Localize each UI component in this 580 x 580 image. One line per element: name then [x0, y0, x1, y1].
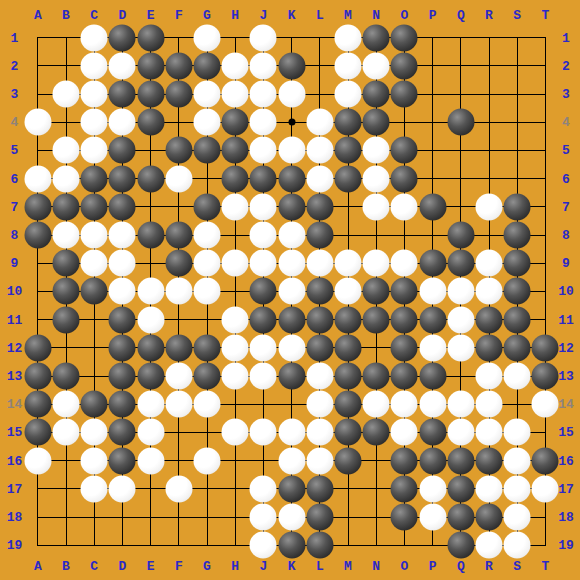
column-label-bottom: N: [372, 560, 380, 573]
row-label-right: 3: [562, 88, 570, 101]
row-label-left: 3: [11, 88, 19, 101]
column-label-bottom: C: [90, 560, 98, 573]
white-stone-B5[interactable]: [53, 137, 80, 164]
row-label-left: 1: [11, 31, 19, 44]
white-stone-E16[interactable]: [137, 447, 164, 474]
white-stone-A4[interactable]: [24, 109, 51, 136]
white-stone-Q12[interactable]: [447, 334, 474, 361]
black-stone-M6[interactable]: [335, 165, 362, 192]
black-stone-E3[interactable]: [137, 81, 164, 108]
black-stone-S7[interactable]: [504, 193, 531, 220]
row-label-right: 6: [562, 172, 570, 185]
white-stone-J3[interactable]: [250, 81, 277, 108]
row-label-right: 18: [558, 511, 574, 524]
row-label-right: 1: [562, 31, 570, 44]
black-stone-F3[interactable]: [165, 81, 192, 108]
row-label-right: 9: [562, 257, 570, 270]
black-stone-D7[interactable]: [109, 193, 136, 220]
row-label-left: 5: [11, 144, 19, 157]
white-stone-L14[interactable]: [306, 391, 333, 418]
black-stone-K13[interactable]: [278, 363, 305, 390]
white-stone-R9[interactable]: [476, 250, 503, 277]
black-stone-D11[interactable]: [109, 306, 136, 333]
black-stone-Q9[interactable]: [447, 250, 474, 277]
white-stone-J12[interactable]: [250, 334, 277, 361]
black-stone-Q18[interactable]: [447, 504, 474, 531]
white-stone-G1[interactable]: [194, 24, 221, 51]
white-stone-J19[interactable]: [250, 532, 277, 559]
black-stone-D1[interactable]: [109, 24, 136, 51]
white-stone-Q14[interactable]: [447, 391, 474, 418]
row-label-right: 2: [562, 59, 570, 72]
black-stone-R12[interactable]: [476, 334, 503, 361]
column-label-bottom: H: [231, 560, 239, 573]
white-stone-P10[interactable]: [419, 278, 446, 305]
black-stone-S9[interactable]: [504, 250, 531, 277]
black-stone-E1[interactable]: [137, 24, 164, 51]
black-stone-P15[interactable]: [419, 419, 446, 446]
black-stone-O6[interactable]: [391, 165, 418, 192]
white-stone-Q10[interactable]: [447, 278, 474, 305]
black-stone-P11[interactable]: [419, 306, 446, 333]
black-stone-O5[interactable]: [391, 137, 418, 164]
white-stone-S19[interactable]: [504, 532, 531, 559]
black-stone-F12[interactable]: [165, 334, 192, 361]
white-stone-C3[interactable]: [81, 81, 108, 108]
white-stone-O14[interactable]: [391, 391, 418, 418]
black-stone-S12[interactable]: [504, 334, 531, 361]
black-stone-D5[interactable]: [109, 137, 136, 164]
black-stone-J10[interactable]: [250, 278, 277, 305]
row-label-right: 8: [562, 229, 570, 242]
black-stone-A7[interactable]: [24, 193, 51, 220]
black-stone-E4[interactable]: [137, 109, 164, 136]
black-stone-L7[interactable]: [306, 193, 333, 220]
black-stone-L17[interactable]: [306, 475, 333, 502]
row-label-right: 10: [558, 285, 574, 298]
black-stone-Q17[interactable]: [447, 475, 474, 502]
black-stone-N3[interactable]: [363, 81, 390, 108]
black-stone-O11[interactable]: [391, 306, 418, 333]
white-stone-P12[interactable]: [419, 334, 446, 361]
white-stone-C8[interactable]: [81, 222, 108, 249]
black-stone-A8[interactable]: [24, 222, 51, 249]
white-stone-R19[interactable]: [476, 532, 503, 559]
row-label-right: 14: [558, 398, 574, 411]
white-stone-H15[interactable]: [222, 419, 249, 446]
white-stone-K18[interactable]: [278, 504, 305, 531]
black-stone-R11[interactable]: [476, 306, 503, 333]
white-stone-C17[interactable]: [81, 475, 108, 502]
black-stone-M5[interactable]: [335, 137, 362, 164]
column-label-top: D: [118, 8, 126, 21]
black-stone-N13[interactable]: [363, 363, 390, 390]
black-stone-P7[interactable]: [419, 193, 446, 220]
black-stone-Q16[interactable]: [447, 447, 474, 474]
white-stone-O15[interactable]: [391, 419, 418, 446]
white-stone-O9[interactable]: [391, 250, 418, 277]
white-stone-K3[interactable]: [278, 81, 305, 108]
black-stone-Q8[interactable]: [447, 222, 474, 249]
white-stone-Q15[interactable]: [447, 419, 474, 446]
column-label-top: P: [429, 8, 437, 21]
row-label-left: 2: [11, 59, 19, 72]
column-label-bottom: Q: [457, 560, 465, 573]
star-point: [288, 119, 295, 126]
white-stone-L5[interactable]: [306, 137, 333, 164]
black-stone-K6[interactable]: [278, 165, 305, 192]
black-stone-D15[interactable]: [109, 419, 136, 446]
white-stone-C5[interactable]: [81, 137, 108, 164]
white-stone-D2[interactable]: [109, 52, 136, 79]
white-stone-L6[interactable]: [306, 165, 333, 192]
row-label-right: 15: [558, 426, 574, 439]
black-stone-B13[interactable]: [53, 363, 80, 390]
black-stone-O10[interactable]: [391, 278, 418, 305]
row-label-left: 19: [7, 539, 23, 552]
white-stone-H11[interactable]: [222, 306, 249, 333]
black-stone-G7[interactable]: [194, 193, 221, 220]
column-label-bottom: M: [344, 560, 352, 573]
black-stone-R16[interactable]: [476, 447, 503, 474]
white-stone-H12[interactable]: [222, 334, 249, 361]
black-stone-N1[interactable]: [363, 24, 390, 51]
black-stone-S10[interactable]: [504, 278, 531, 305]
row-label-right: 19: [558, 539, 574, 552]
row-label-left: 17: [7, 482, 23, 495]
white-stone-H7[interactable]: [222, 193, 249, 220]
white-stone-K10[interactable]: [278, 278, 305, 305]
white-stone-F13[interactable]: [165, 363, 192, 390]
white-stone-E10[interactable]: [137, 278, 164, 305]
white-stone-J7[interactable]: [250, 193, 277, 220]
white-stone-M1[interactable]: [335, 24, 362, 51]
black-stone-P16[interactable]: [419, 447, 446, 474]
white-stone-H9[interactable]: [222, 250, 249, 277]
black-stone-T16[interactable]: [532, 447, 559, 474]
column-label-bottom: L: [316, 560, 324, 573]
white-stone-E15[interactable]: [137, 419, 164, 446]
white-stone-J18[interactable]: [250, 504, 277, 531]
white-stone-P14[interactable]: [419, 391, 446, 418]
black-stone-N10[interactable]: [363, 278, 390, 305]
black-stone-K2[interactable]: [278, 52, 305, 79]
white-stone-R13[interactable]: [476, 363, 503, 390]
white-stone-B14[interactable]: [53, 391, 80, 418]
black-stone-L19[interactable]: [306, 532, 333, 559]
column-label-bottom: J: [259, 560, 267, 573]
black-stone-K11[interactable]: [278, 306, 305, 333]
white-stone-S18[interactable]: [504, 504, 531, 531]
column-label-bottom: G: [203, 560, 211, 573]
white-stone-J1[interactable]: [250, 24, 277, 51]
black-stone-M15[interactable]: [335, 419, 362, 446]
black-stone-L12[interactable]: [306, 334, 333, 361]
white-stone-G3[interactable]: [194, 81, 221, 108]
black-stone-F8[interactable]: [165, 222, 192, 249]
white-stone-G10[interactable]: [194, 278, 221, 305]
row-label-right: 7: [562, 200, 570, 213]
row-label-left: 4: [11, 116, 19, 129]
black-stone-M12[interactable]: [335, 334, 362, 361]
column-label-top: R: [485, 8, 493, 21]
black-stone-P13[interactable]: [419, 363, 446, 390]
black-stone-O2[interactable]: [391, 52, 418, 79]
column-label-top: Q: [457, 8, 465, 21]
black-stone-E6[interactable]: [137, 165, 164, 192]
black-stone-M11[interactable]: [335, 306, 362, 333]
white-stone-L9[interactable]: [306, 250, 333, 277]
white-stone-J5[interactable]: [250, 137, 277, 164]
white-stone-N2[interactable]: [363, 52, 390, 79]
white-stone-G4[interactable]: [194, 109, 221, 136]
row-label-left: 6: [11, 172, 19, 185]
white-stone-S13[interactable]: [504, 363, 531, 390]
column-label-bottom: E: [147, 560, 155, 573]
white-stone-A16[interactable]: [24, 447, 51, 474]
black-stone-H5[interactable]: [222, 137, 249, 164]
column-label-bottom: F: [175, 560, 183, 573]
white-stone-K12[interactable]: [278, 334, 305, 361]
white-stone-B6[interactable]: [53, 165, 80, 192]
column-label-bottom: O: [400, 560, 408, 573]
black-stone-L18[interactable]: [306, 504, 333, 531]
white-stone-G8[interactable]: [194, 222, 221, 249]
white-stone-J4[interactable]: [250, 109, 277, 136]
white-stone-H2[interactable]: [222, 52, 249, 79]
black-stone-A14[interactable]: [24, 391, 51, 418]
black-stone-D3[interactable]: [109, 81, 136, 108]
black-stone-N4[interactable]: [363, 109, 390, 136]
white-stone-J15[interactable]: [250, 419, 277, 446]
white-stone-D9[interactable]: [109, 250, 136, 277]
black-stone-M4[interactable]: [335, 109, 362, 136]
column-label-top: K: [288, 8, 296, 21]
white-stone-F6[interactable]: [165, 165, 192, 192]
black-stone-M14[interactable]: [335, 391, 362, 418]
white-stone-S17[interactable]: [504, 475, 531, 502]
white-stone-D17[interactable]: [109, 475, 136, 502]
white-stone-E14[interactable]: [137, 391, 164, 418]
black-stone-G12[interactable]: [194, 334, 221, 361]
column-label-bottom: T: [541, 560, 549, 573]
white-stone-B15[interactable]: [53, 419, 80, 446]
black-stone-O16[interactable]: [391, 447, 418, 474]
black-stone-K7[interactable]: [278, 193, 305, 220]
black-stone-F9[interactable]: [165, 250, 192, 277]
white-stone-H3[interactable]: [222, 81, 249, 108]
white-stone-T14[interactable]: [532, 391, 559, 418]
black-stone-O3[interactable]: [391, 81, 418, 108]
black-stone-S8[interactable]: [504, 222, 531, 249]
white-stone-F10[interactable]: [165, 278, 192, 305]
black-stone-C10[interactable]: [81, 278, 108, 305]
black-stone-E13[interactable]: [137, 363, 164, 390]
white-stone-S15[interactable]: [504, 419, 531, 446]
white-stone-L13[interactable]: [306, 363, 333, 390]
black-stone-K19[interactable]: [278, 532, 305, 559]
black-stone-A12[interactable]: [24, 334, 51, 361]
row-label-right: 17: [558, 482, 574, 495]
black-stone-O17[interactable]: [391, 475, 418, 502]
white-stone-J9[interactable]: [250, 250, 277, 277]
white-stone-N14[interactable]: [363, 391, 390, 418]
black-stone-F2[interactable]: [165, 52, 192, 79]
black-stone-E8[interactable]: [137, 222, 164, 249]
white-stone-C1[interactable]: [81, 24, 108, 51]
white-stone-M3[interactable]: [335, 81, 362, 108]
black-stone-E12[interactable]: [137, 334, 164, 361]
black-stone-K17[interactable]: [278, 475, 305, 502]
black-stone-D16[interactable]: [109, 447, 136, 474]
black-stone-G2[interactable]: [194, 52, 221, 79]
white-stone-R7[interactable]: [476, 193, 503, 220]
white-stone-O7[interactable]: [391, 193, 418, 220]
black-stone-B11[interactable]: [53, 306, 80, 333]
white-stone-K9[interactable]: [278, 250, 305, 277]
column-label-top: A: [34, 8, 42, 21]
white-stone-K5[interactable]: [278, 137, 305, 164]
white-stone-M9[interactable]: [335, 250, 362, 277]
column-label-bottom: R: [485, 560, 493, 573]
black-stone-J6[interactable]: [250, 165, 277, 192]
go-board: AABBCCDDEEFFGGHHJJKKLLMMNNOOPPQQRRSSTT11…: [0, 0, 580, 580]
black-stone-L10[interactable]: [306, 278, 333, 305]
black-stone-Q19[interactable]: [447, 532, 474, 559]
white-stone-N5[interactable]: [363, 137, 390, 164]
white-stone-H13[interactable]: [222, 363, 249, 390]
black-stone-G5[interactable]: [194, 137, 221, 164]
white-stone-R17[interactable]: [476, 475, 503, 502]
black-stone-D14[interactable]: [109, 391, 136, 418]
column-label-bottom: D: [118, 560, 126, 573]
black-stone-O1[interactable]: [391, 24, 418, 51]
black-stone-M13[interactable]: [335, 363, 362, 390]
white-stone-D8[interactable]: [109, 222, 136, 249]
black-stone-L11[interactable]: [306, 306, 333, 333]
black-stone-E2[interactable]: [137, 52, 164, 79]
white-stone-N7[interactable]: [363, 193, 390, 220]
white-stone-B8[interactable]: [53, 222, 80, 249]
white-stone-D4[interactable]: [109, 109, 136, 136]
white-stone-P17[interactable]: [419, 475, 446, 502]
row-label-left: 7: [11, 200, 19, 213]
row-label-right: 4: [562, 116, 570, 129]
white-stone-S16[interactable]: [504, 447, 531, 474]
column-label-top: C: [90, 8, 98, 21]
black-stone-B7[interactable]: [53, 193, 80, 220]
black-stone-M16[interactable]: [335, 447, 362, 474]
black-stone-C7[interactable]: [81, 193, 108, 220]
white-stone-G14[interactable]: [194, 391, 221, 418]
white-stone-C15[interactable]: [81, 419, 108, 446]
column-label-top: E: [147, 8, 155, 21]
white-stone-P18[interactable]: [419, 504, 446, 531]
black-stone-B10[interactable]: [53, 278, 80, 305]
black-stone-T12[interactable]: [532, 334, 559, 361]
white-stone-C4[interactable]: [81, 109, 108, 136]
black-stone-O13[interactable]: [391, 363, 418, 390]
white-stone-K16[interactable]: [278, 447, 305, 474]
white-stone-C9[interactable]: [81, 250, 108, 277]
black-stone-G13[interactable]: [194, 363, 221, 390]
white-stone-F14[interactable]: [165, 391, 192, 418]
black-stone-D12[interactable]: [109, 334, 136, 361]
black-stone-S11[interactable]: [504, 306, 531, 333]
white-stone-M2[interactable]: [335, 52, 362, 79]
black-stone-O18[interactable]: [391, 504, 418, 531]
black-stone-Q4[interactable]: [447, 109, 474, 136]
white-stone-J8[interactable]: [250, 222, 277, 249]
black-stone-R18[interactable]: [476, 504, 503, 531]
white-stone-C2[interactable]: [81, 52, 108, 79]
white-stone-N6[interactable]: [363, 165, 390, 192]
column-label-top: S: [513, 8, 521, 21]
white-stone-N9[interactable]: [363, 250, 390, 277]
black-stone-C6[interactable]: [81, 165, 108, 192]
black-stone-P9[interactable]: [419, 250, 446, 277]
black-stone-A15[interactable]: [24, 419, 51, 446]
black-stone-N11[interactable]: [363, 306, 390, 333]
white-stone-F17[interactable]: [165, 475, 192, 502]
white-stone-J2[interactable]: [250, 52, 277, 79]
white-stone-Q11[interactable]: [447, 306, 474, 333]
white-stone-A6[interactable]: [24, 165, 51, 192]
white-stone-L15[interactable]: [306, 419, 333, 446]
black-stone-F5[interactable]: [165, 137, 192, 164]
black-stone-H4[interactable]: [222, 109, 249, 136]
row-label-right: 11: [558, 313, 574, 326]
black-stone-C14[interactable]: [81, 391, 108, 418]
black-stone-L8[interactable]: [306, 222, 333, 249]
white-stone-R15[interactable]: [476, 419, 503, 446]
white-stone-J13[interactable]: [250, 363, 277, 390]
black-stone-O12[interactable]: [391, 334, 418, 361]
row-label-right: 16: [558, 454, 574, 467]
white-stone-T17[interactable]: [532, 475, 559, 502]
white-stone-B3[interactable]: [53, 81, 80, 108]
column-label-top: B: [62, 8, 70, 21]
white-stone-K15[interactable]: [278, 419, 305, 446]
white-stone-D10[interactable]: [109, 278, 136, 305]
black-stone-A13[interactable]: [24, 363, 51, 390]
white-stone-G16[interactable]: [194, 447, 221, 474]
black-stone-D13[interactable]: [109, 363, 136, 390]
white-stone-L4[interactable]: [306, 109, 333, 136]
white-stone-L16[interactable]: [306, 447, 333, 474]
row-label-right: 5: [562, 144, 570, 157]
white-stone-R14[interactable]: [476, 391, 503, 418]
white-stone-M10[interactable]: [335, 278, 362, 305]
column-label-top: M: [344, 8, 352, 21]
white-stone-E11[interactable]: [137, 306, 164, 333]
black-stone-B9[interactable]: [53, 250, 80, 277]
white-stone-J17[interactable]: [250, 475, 277, 502]
column-label-top: L: [316, 8, 324, 21]
row-label-left: 11: [7, 313, 23, 326]
white-stone-K8[interactable]: [278, 222, 305, 249]
black-stone-D6[interactable]: [109, 165, 136, 192]
column-label-top: G: [203, 8, 211, 21]
black-stone-N15[interactable]: [363, 419, 390, 446]
white-stone-R10[interactable]: [476, 278, 503, 305]
white-stone-G9[interactable]: [194, 250, 221, 277]
black-stone-J11[interactable]: [250, 306, 277, 333]
white-stone-C16[interactable]: [81, 447, 108, 474]
black-stone-H6[interactable]: [222, 165, 249, 192]
column-label-bottom: A: [34, 560, 42, 573]
black-stone-T13[interactable]: [532, 363, 559, 390]
